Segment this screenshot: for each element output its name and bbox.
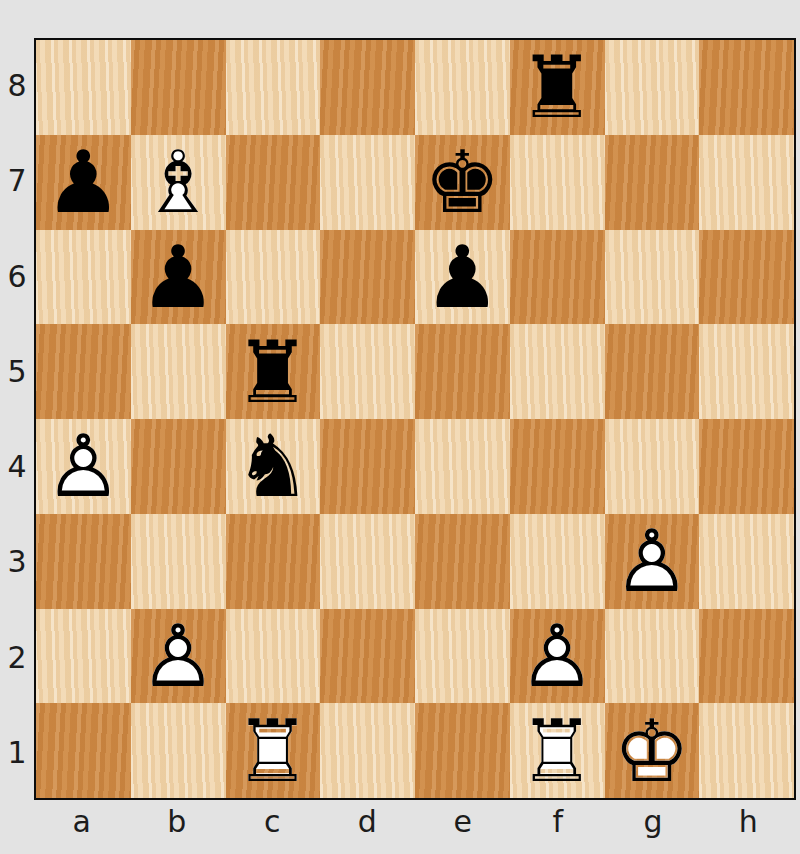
square-e7[interactable]: ♚ xyxy=(415,135,510,230)
square-f8[interactable]: ♜ xyxy=(510,40,605,135)
square-f3[interactable] xyxy=(510,514,605,609)
square-e1[interactable] xyxy=(415,703,510,798)
piece-black-rook[interactable]: ♜ xyxy=(226,324,321,419)
piece-black-pawn[interactable]: ♟ xyxy=(415,230,510,325)
square-g2[interactable] xyxy=(605,609,700,704)
piece-black-pawn[interactable]: ♟ xyxy=(131,230,226,325)
square-c7[interactable] xyxy=(226,135,321,230)
square-e5[interactable] xyxy=(415,324,510,419)
square-h1[interactable] xyxy=(699,703,794,798)
square-c1[interactable]: ♜♖ xyxy=(226,703,321,798)
black-piece-glyph: ♟ xyxy=(45,135,122,229)
square-d6[interactable] xyxy=(320,230,415,325)
black-piece-glyph: ♞ xyxy=(234,419,311,513)
square-b1[interactable] xyxy=(131,703,226,798)
square-d3[interactable] xyxy=(320,514,415,609)
file-label-c: c xyxy=(225,800,320,842)
white-piece-outline: ♔ xyxy=(613,704,690,798)
square-f6[interactable] xyxy=(510,230,605,325)
square-d4[interactable] xyxy=(320,419,415,514)
square-b6[interactable]: ♟ xyxy=(131,230,226,325)
square-e8[interactable] xyxy=(415,40,510,135)
square-h6[interactable] xyxy=(699,230,794,325)
rank-label-4: 4 xyxy=(0,419,34,514)
square-f7[interactable] xyxy=(510,135,605,230)
square-d7[interactable] xyxy=(320,135,415,230)
piece-black-king[interactable]: ♚ xyxy=(415,135,510,230)
white-piece-outline: ♙ xyxy=(519,609,596,703)
square-a2[interactable] xyxy=(36,609,131,704)
square-d5[interactable] xyxy=(320,324,415,419)
square-h8[interactable] xyxy=(699,40,794,135)
rank-label-8: 8 xyxy=(0,38,34,133)
black-piece-glyph: ♜ xyxy=(519,40,596,134)
piece-white-bishop[interactable]: ♝♗ xyxy=(131,135,226,230)
square-c6[interactable] xyxy=(226,230,321,325)
board-area: 87654321 ♜♟♝♗♚♟♟♜♟♙♞♟♙♟♙♟♙♜♖♜♖♚♔ xyxy=(0,38,796,800)
square-h3[interactable] xyxy=(699,514,794,609)
square-f5[interactable] xyxy=(510,324,605,419)
piece-white-king[interactable]: ♚♔ xyxy=(605,703,700,798)
square-a4[interactable]: ♟♙ xyxy=(36,419,131,514)
rank-labels: 87654321 xyxy=(0,38,34,800)
square-d1[interactable] xyxy=(320,703,415,798)
square-f1[interactable]: ♜♖ xyxy=(510,703,605,798)
file-label-f: f xyxy=(510,800,605,842)
square-c8[interactable] xyxy=(226,40,321,135)
square-a7[interactable]: ♟ xyxy=(36,135,131,230)
rank-label-2: 2 xyxy=(0,610,34,705)
square-a8[interactable] xyxy=(36,40,131,135)
file-label-h: h xyxy=(701,800,796,842)
square-h2[interactable] xyxy=(699,609,794,704)
square-e6[interactable]: ♟ xyxy=(415,230,510,325)
square-b5[interactable] xyxy=(131,324,226,419)
black-piece-glyph: ♜ xyxy=(234,325,311,419)
square-b3[interactable] xyxy=(131,514,226,609)
file-label-g: g xyxy=(606,800,701,842)
white-piece-outline: ♙ xyxy=(140,609,217,703)
piece-white-pawn[interactable]: ♟♙ xyxy=(131,609,226,704)
file-label-b: b xyxy=(129,800,224,842)
square-d2[interactable] xyxy=(320,609,415,704)
square-g7[interactable] xyxy=(605,135,700,230)
rank-label-1: 1 xyxy=(0,705,34,800)
square-g6[interactable] xyxy=(605,230,700,325)
square-a5[interactable] xyxy=(36,324,131,419)
square-e3[interactable] xyxy=(415,514,510,609)
square-h7[interactable] xyxy=(699,135,794,230)
page: 87654321 ♜♟♝♗♚♟♟♜♟♙♞♟♙♟♙♟♙♜♖♜♖♚♔ abcdefg… xyxy=(0,0,800,854)
rank-label-6: 6 xyxy=(0,229,34,324)
square-a6[interactable] xyxy=(36,230,131,325)
square-e2[interactable] xyxy=(415,609,510,704)
black-piece-glyph: ♟ xyxy=(424,230,501,324)
square-g5[interactable] xyxy=(605,324,700,419)
square-g4[interactable] xyxy=(605,419,700,514)
square-g3[interactable]: ♟♙ xyxy=(605,514,700,609)
square-e4[interactable] xyxy=(415,419,510,514)
chess-board: ♜♟♝♗♚♟♟♜♟♙♞♟♙♟♙♟♙♜♖♜♖♚♔ xyxy=(34,38,796,800)
square-c4[interactable]: ♞ xyxy=(226,419,321,514)
file-label-a: a xyxy=(34,800,129,842)
piece-white-pawn[interactable]: ♟♙ xyxy=(36,419,131,514)
square-c3[interactable] xyxy=(226,514,321,609)
file-labels: abcdefgh xyxy=(34,800,796,842)
rank-label-3: 3 xyxy=(0,514,34,609)
square-b7[interactable]: ♝♗ xyxy=(131,135,226,230)
square-f2[interactable]: ♟♙ xyxy=(510,609,605,704)
white-piece-outline: ♙ xyxy=(613,514,690,608)
square-a3[interactable] xyxy=(36,514,131,609)
square-f4[interactable] xyxy=(510,419,605,514)
square-d8[interactable] xyxy=(320,40,415,135)
piece-white-pawn[interactable]: ♟♙ xyxy=(605,514,700,609)
piece-white-rook[interactable]: ♜♖ xyxy=(226,703,321,798)
piece-black-pawn[interactable]: ♟ xyxy=(36,135,131,230)
rank-label-5: 5 xyxy=(0,324,34,419)
square-c2[interactable] xyxy=(226,609,321,704)
square-g8[interactable] xyxy=(605,40,700,135)
file-label-e: e xyxy=(415,800,510,842)
square-h4[interactable] xyxy=(699,419,794,514)
white-piece-outline: ♖ xyxy=(519,704,596,798)
piece-black-knight[interactable]: ♞ xyxy=(226,419,321,514)
square-c5[interactable]: ♜ xyxy=(226,324,321,419)
piece-black-rook[interactable]: ♜ xyxy=(510,40,605,135)
square-b4[interactable] xyxy=(131,419,226,514)
piece-white-rook[interactable]: ♜♖ xyxy=(510,703,605,798)
rank-label-7: 7 xyxy=(0,133,34,228)
square-h5[interactable] xyxy=(699,324,794,419)
white-piece-outline: ♙ xyxy=(45,419,122,513)
square-b2[interactable]: ♟♙ xyxy=(131,609,226,704)
black-piece-glyph: ♟ xyxy=(140,230,217,324)
square-b8[interactable] xyxy=(131,40,226,135)
square-a1[interactable] xyxy=(36,703,131,798)
file-label-d: d xyxy=(320,800,415,842)
white-piece-outline: ♖ xyxy=(234,704,311,798)
white-piece-outline: ♗ xyxy=(140,135,217,229)
square-g1[interactable]: ♚♔ xyxy=(605,703,700,798)
piece-white-pawn[interactable]: ♟♙ xyxy=(510,609,605,704)
black-piece-glyph: ♚ xyxy=(424,135,501,229)
